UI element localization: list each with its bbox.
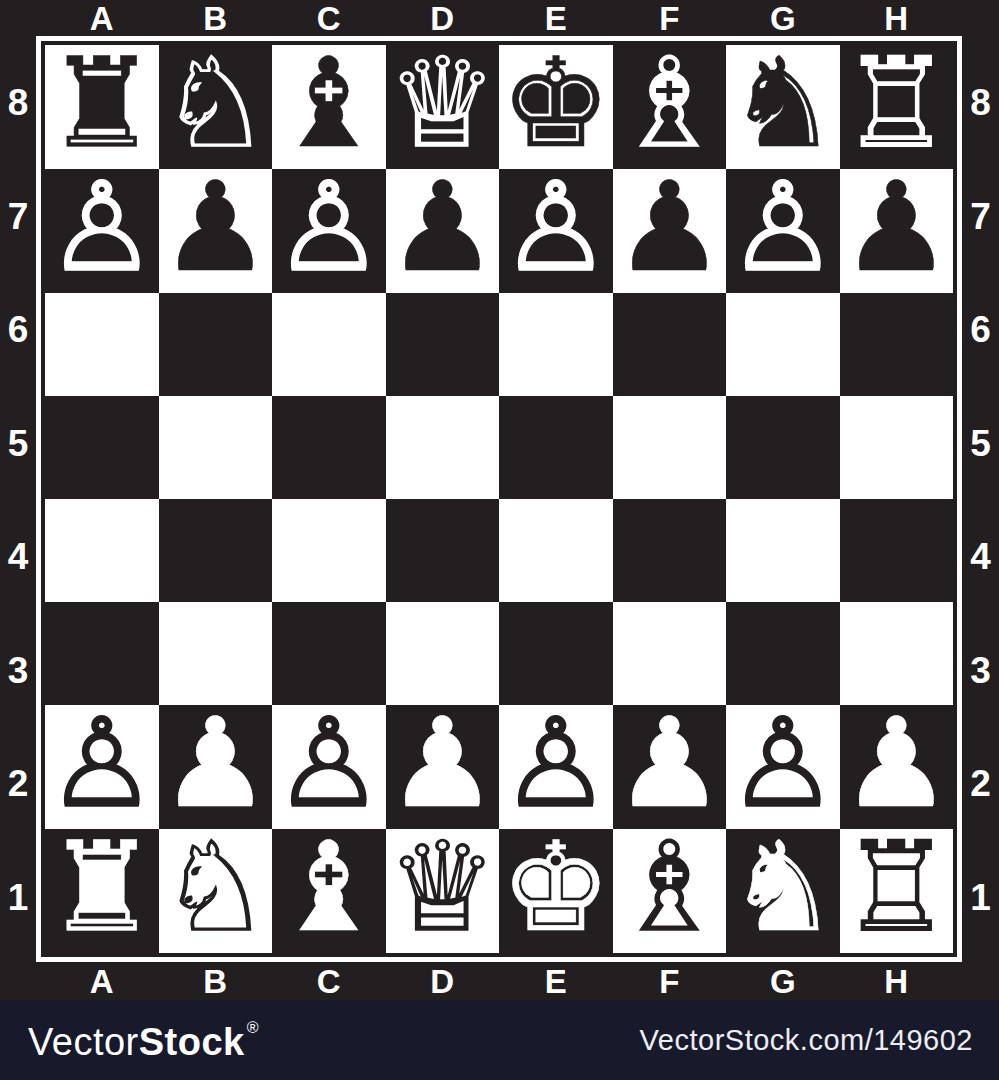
- rank-label-right-5: 5: [962, 387, 999, 501]
- square-h3[interactable]: [840, 602, 954, 705]
- piece-white-pawn: ♟: [841, 701, 952, 825]
- square-a2[interactable]: ♙: [45, 705, 159, 829]
- rank-label-left-8: 8: [0, 46, 36, 160]
- square-c3[interactable]: [272, 602, 386, 705]
- rank-label-right-8: 8: [962, 46, 999, 160]
- rank-label-right-1: 1: [962, 841, 999, 955]
- square-e3[interactable]: [499, 602, 613, 705]
- square-g8[interactable]: ♞: [726, 45, 840, 169]
- square-c1[interactable]: ♝: [272, 829, 386, 953]
- square-h8[interactable]: ♖: [840, 45, 954, 169]
- rank-label-right-7: 7: [962, 160, 999, 274]
- piece-black-bishop: ♝: [273, 41, 384, 165]
- square-d4[interactable]: [386, 499, 500, 602]
- file-label-bottom-c: C: [272, 962, 386, 1000]
- square-h2[interactable]: ♟: [840, 705, 954, 829]
- square-g4[interactable]: [726, 499, 840, 602]
- square-f1[interactable]: ♗: [613, 829, 727, 953]
- watermark-url: VectorStock.com/149602: [640, 1024, 973, 1057]
- brand-light-text: Vector: [28, 1021, 139, 1063]
- file-label-bottom-b: B: [159, 962, 273, 1000]
- square-g5[interactable]: [726, 396, 840, 499]
- square-a7[interactable]: ♙: [45, 169, 159, 293]
- piece-white-pawn: ♟: [614, 701, 725, 825]
- square-d6[interactable]: [386, 293, 500, 396]
- rank-label-left-7: 7: [0, 160, 36, 274]
- rank-label-right-2: 2: [962, 727, 999, 841]
- file-label-bottom-a: A: [45, 962, 159, 1000]
- square-c2[interactable]: ♙: [272, 705, 386, 829]
- square-c8[interactable]: ♝: [272, 45, 386, 169]
- square-b5[interactable]: [159, 396, 273, 499]
- piece-white-king: ♚: [500, 825, 611, 949]
- square-h5[interactable]: [840, 396, 954, 499]
- piece-black-queen: ♕: [387, 41, 498, 165]
- piece-black-pawn: ♙: [46, 165, 157, 289]
- registered-mark: ®: [247, 1019, 259, 1036]
- piece-black-king: ♚: [500, 41, 611, 165]
- square-e8[interactable]: ♚: [499, 45, 613, 169]
- square-c4[interactable]: [272, 499, 386, 602]
- piece-black-rook: ♜: [46, 41, 157, 165]
- square-e1[interactable]: ♚: [499, 829, 613, 953]
- piece-black-pawn: ♟: [160, 165, 271, 289]
- piece-black-pawn: ♙: [273, 165, 384, 289]
- square-a4[interactable]: [45, 499, 159, 602]
- square-c5[interactable]: [272, 396, 386, 499]
- piece-white-pawn: ♟: [160, 701, 271, 825]
- piece-white-pawn: ♙: [46, 701, 157, 825]
- piece-black-knight: ♞: [727, 41, 838, 165]
- piece-white-knight: ♘: [160, 825, 271, 949]
- brand-bold-text: Stock: [139, 1021, 245, 1063]
- square-d1[interactable]: ♕: [386, 829, 500, 953]
- piece-black-bishop: ♗: [614, 41, 725, 165]
- square-g1[interactable]: ♞: [726, 829, 840, 953]
- file-label-bottom-e: E: [499, 962, 613, 1000]
- piece-black-knight: ♘: [160, 41, 271, 165]
- piece-white-pawn: ♙: [273, 701, 384, 825]
- square-f5[interactable]: [613, 396, 727, 499]
- square-f8[interactable]: ♗: [613, 45, 727, 169]
- file-labels-bottom: ABCDEFGH: [45, 962, 953, 1000]
- square-a6[interactable]: [45, 293, 159, 396]
- square-f3[interactable]: [613, 602, 727, 705]
- square-e7[interactable]: ♙: [499, 169, 613, 293]
- rank-label-left-6: 6: [0, 273, 36, 387]
- square-b7[interactable]: ♟: [159, 169, 273, 293]
- rank-labels-right: 87654321: [962, 46, 999, 954]
- piece-white-pawn: ♟: [387, 701, 498, 825]
- rank-label-left-5: 5: [0, 387, 36, 501]
- square-a5[interactable]: [45, 396, 159, 499]
- square-h4[interactable]: [840, 499, 954, 602]
- square-b1[interactable]: ♘: [159, 829, 273, 953]
- piece-white-bishop: ♝: [273, 825, 384, 949]
- board-frame: ♜♘♝♕♚♗♞♖♙♟♙♟♙♟♙♟♙♟♙♟♙♟♙♟♜♘♝♕♚♗♞♖: [36, 36, 962, 962]
- piece-white-pawn: ♙: [500, 701, 611, 825]
- square-f7[interactable]: ♟: [613, 169, 727, 293]
- square-c6[interactable]: [272, 293, 386, 396]
- vectorstock-logo: VectorStock®: [28, 1020, 259, 1061]
- file-label-bottom-h: H: [840, 962, 954, 1000]
- square-e4[interactable]: [499, 499, 613, 602]
- square-h6[interactable]: [840, 293, 954, 396]
- piece-white-queen: ♕: [387, 825, 498, 949]
- rank-label-left-4: 4: [0, 500, 36, 614]
- file-label-bottom-f: F: [613, 962, 727, 1000]
- square-d7[interactable]: ♟: [386, 169, 500, 293]
- square-d8[interactable]: ♕: [386, 45, 500, 169]
- rank-label-left-1: 1: [0, 841, 36, 955]
- piece-white-rook: ♖: [841, 825, 952, 949]
- piece-black-pawn: ♟: [841, 165, 952, 289]
- square-f4[interactable]: [613, 499, 727, 602]
- file-label-bottom-d: D: [386, 962, 500, 1000]
- square-b8[interactable]: ♘: [159, 45, 273, 169]
- square-d3[interactable]: [386, 602, 500, 705]
- piece-black-pawn: ♟: [614, 165, 725, 289]
- square-a1[interactable]: ♜: [45, 829, 159, 953]
- square-b3[interactable]: [159, 602, 273, 705]
- rank-label-left-2: 2: [0, 727, 36, 841]
- rank-label-right-4: 4: [962, 500, 999, 614]
- rank-label-right-3: 3: [962, 614, 999, 728]
- square-d2[interactable]: ♟: [386, 705, 500, 829]
- piece-black-pawn: ♟: [387, 165, 498, 289]
- piece-black-pawn: ♙: [727, 165, 838, 289]
- square-a3[interactable]: [45, 602, 159, 705]
- square-g7[interactable]: ♙: [726, 169, 840, 293]
- piece-white-knight: ♞: [727, 825, 838, 949]
- chess-diagram-page: ABCDEFGH 87654321 ♜♘♝♕♚♗♞♖♙♟♙♟♙♟♙♟♙♟♙♟♙♟…: [0, 0, 999, 1080]
- square-a8[interactable]: ♜: [45, 45, 159, 169]
- piece-black-pawn: ♙: [500, 165, 611, 289]
- square-g2[interactable]: ♙: [726, 705, 840, 829]
- square-e6[interactable]: [499, 293, 613, 396]
- piece-black-rook: ♖: [841, 41, 952, 165]
- square-b4[interactable]: [159, 499, 273, 602]
- rank-label-left-3: 3: [0, 614, 36, 728]
- square-f6[interactable]: [613, 293, 727, 396]
- square-e2[interactable]: ♙: [499, 705, 613, 829]
- square-c7[interactable]: ♙: [272, 169, 386, 293]
- rank-labels-left: 87654321: [0, 46, 36, 954]
- square-g3[interactable]: [726, 602, 840, 705]
- watermark-bar: VectorStock® VectorStock.com/149602: [0, 1000, 999, 1080]
- square-g6[interactable]: [726, 293, 840, 396]
- piece-white-rook: ♜: [46, 825, 157, 949]
- square-b2[interactable]: ♟: [159, 705, 273, 829]
- rank-label-right-6: 6: [962, 273, 999, 387]
- file-label-bottom-g: G: [726, 962, 840, 1000]
- square-h7[interactable]: ♟: [840, 169, 954, 293]
- square-h1[interactable]: ♖: [840, 829, 954, 953]
- square-d5[interactable]: [386, 396, 500, 499]
- piece-white-pawn: ♙: [727, 701, 838, 825]
- chessboard: ♜♘♝♕♚♗♞♖♙♟♙♟♙♟♙♟♙♟♙♟♙♟♙♟♜♘♝♕♚♗♞♖: [45, 45, 953, 953]
- square-f2[interactable]: ♟: [613, 705, 727, 829]
- square-e5[interactable]: [499, 396, 613, 499]
- square-b6[interactable]: [159, 293, 273, 396]
- piece-white-bishop: ♗: [614, 825, 725, 949]
